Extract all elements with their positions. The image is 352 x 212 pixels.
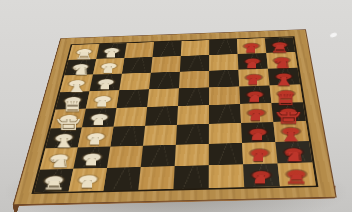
square-d3[interactable] [116,89,149,108]
square-g5[interactable] [175,144,209,166]
square-c3[interactable] [119,73,151,91]
square-g2[interactable]: ♟ [73,147,110,169]
square-f5[interactable] [176,124,209,145]
square-c5[interactable] [179,71,209,89]
board-squares-grid: ♜♟♟♜♞♟♟♞♝♟♟♝♛♟♟♛♚♟♟♚♝♟♟♝♞♟♟♞♜♟♟♜ [31,36,318,194]
square-g4[interactable] [141,145,176,167]
square-b5[interactable] [180,55,209,72]
square-d6[interactable] [209,86,240,105]
square-a5[interactable] [181,40,209,56]
square-e6[interactable] [209,104,241,124]
square-b3[interactable] [122,57,153,74]
square-g3[interactable] [107,146,143,168]
square-f7[interactable]: ♟ [241,122,275,143]
square-h3[interactable] [103,167,140,191]
square-h8[interactable]: ♜ [278,162,316,186]
background-speck [330,32,338,38]
square-d4[interactable] [147,88,179,107]
square-b4[interactable] [151,56,181,73]
square-a6[interactable] [209,39,238,55]
square-c4[interactable] [149,72,180,90]
square-d5[interactable] [178,87,209,106]
square-e2[interactable]: ♟ [82,108,116,128]
square-h7[interactable]: ♟ [243,163,280,187]
square-b6[interactable] [209,54,238,71]
square-h1[interactable]: ♜ [34,169,73,193]
square-a3[interactable] [124,42,154,58]
square-g7[interactable]: ♟ [242,142,278,164]
photo-background: ♜♟♟♜♞♟♟♞♝♟♟♝♛♟♟♛♚♟♟♚♝♟♟♝♞♟♟♞♜♟♟♜ Red and… [0,0,352,212]
square-h2[interactable]: ♟ [69,168,107,192]
square-e5[interactable] [177,105,209,125]
square-f4[interactable] [143,125,177,146]
square-e4[interactable] [145,106,178,126]
square-e3[interactable] [113,107,147,127]
chess-board: ♜♟♟♜♞♟♟♞♝♟♟♝♛♟♟♛♚♟♟♚♝♟♟♝♞♟♟♞♜♟♟♜ [13,29,337,205]
square-f6[interactable] [209,123,242,144]
square-e7[interactable]: ♟ [240,103,273,123]
square-c6[interactable] [209,70,239,88]
square-h5[interactable] [173,165,208,189]
square-f3[interactable] [110,126,145,147]
square-h4[interactable] [138,166,174,190]
square-h6[interactable] [209,164,245,188]
square-a4[interactable] [152,41,181,57]
square-g6[interactable] [209,143,243,165]
square-f2[interactable]: ♟ [78,127,114,148]
